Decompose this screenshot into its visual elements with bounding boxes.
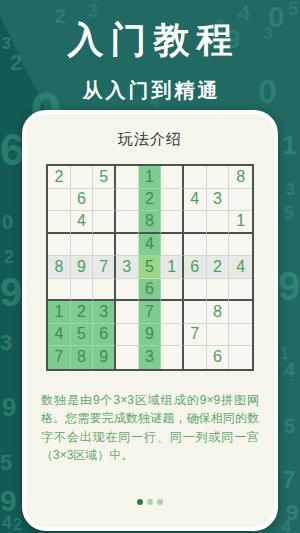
sudoku-cell-r5c1: 8 bbox=[48, 256, 71, 279]
sudoku-cell-r4c7 bbox=[184, 234, 207, 257]
sudoku-cell-r7c3: 3 bbox=[93, 301, 116, 324]
sudoku-cell-r2c1 bbox=[48, 189, 71, 212]
sudoku-cell-r4c6 bbox=[161, 234, 184, 257]
sudoku-cell-r5c3: 7 bbox=[93, 256, 116, 279]
sudoku-cell-r9c5: 3 bbox=[139, 346, 162, 369]
sudoku-cell-r6c1 bbox=[48, 279, 71, 302]
pattern-digit: 4 bbox=[282, 519, 291, 533]
pattern-digit: 4 bbox=[284, 360, 295, 380]
page-dot-3[interactable] bbox=[157, 499, 163, 505]
pattern-digit: 3 bbox=[0, 332, 12, 354]
pattern-digit: 4 bbox=[2, 514, 12, 532]
sudoku-cell-r3c4 bbox=[116, 211, 139, 234]
sudoku-cell-r1c9: 8 bbox=[229, 166, 252, 189]
sudoku-cell-r6c3 bbox=[93, 279, 116, 302]
tutorial-screen: 23320651490530410293959421359145794 入门教程… bbox=[0, 0, 300, 533]
sudoku-cell-r8c9 bbox=[229, 324, 252, 347]
pattern-digit: 7 bbox=[282, 468, 295, 492]
pattern-digit: 2 bbox=[4, 248, 14, 266]
sudoku-cell-r8c3: 6 bbox=[93, 324, 116, 347]
sudoku-cell-r6c8 bbox=[207, 279, 230, 302]
sudoku-cell-r3c7 bbox=[184, 211, 207, 234]
sudoku-cell-r7c6 bbox=[161, 301, 184, 324]
pattern-digit: 9 bbox=[0, 486, 17, 516]
sudoku-cell-r9c6 bbox=[161, 346, 184, 369]
sudoku-cell-r8c7: 7 bbox=[184, 324, 207, 347]
pattern-digit: 5 bbox=[284, 416, 295, 436]
sudoku-cell-r7c4 bbox=[116, 301, 139, 324]
sudoku-cell-r9c8: 6 bbox=[207, 346, 230, 369]
pattern-digit: 5 bbox=[284, 204, 294, 222]
sudoku-cell-r5c2: 9 bbox=[71, 256, 94, 279]
sudoku-cell-r9c3: 9 bbox=[93, 346, 116, 369]
sudoku-cell-r5c8: 2 bbox=[207, 256, 230, 279]
sudoku-grid: 2518624348148973516246123784569778936 bbox=[46, 164, 254, 371]
sudoku-cell-r1c3: 5 bbox=[93, 166, 116, 189]
sudoku-cell-r5c7: 6 bbox=[184, 256, 207, 279]
sudoku-cell-r8c6 bbox=[161, 324, 184, 347]
sudoku-cell-r7c1: 1 bbox=[48, 301, 71, 324]
sudoku-cell-r6c9 bbox=[229, 279, 252, 302]
sudoku-cell-r1c6 bbox=[161, 166, 184, 189]
sudoku-cell-r1c2 bbox=[71, 166, 94, 189]
tutorial-card: 玩法介绍 25186243481489735162461237845697789… bbox=[22, 110, 278, 531]
sudoku-cell-r1c5: 1 bbox=[139, 166, 162, 189]
sudoku-cell-r7c8: 8 bbox=[207, 301, 230, 324]
sudoku-cell-r1c8 bbox=[207, 166, 230, 189]
sudoku-cell-r3c9: 1 bbox=[229, 211, 252, 234]
pattern-digit: 9 bbox=[278, 266, 300, 306]
sudoku-cell-r4c3 bbox=[93, 234, 116, 257]
page-title: 入门教程 bbox=[0, 16, 300, 65]
pattern-digit: 0 bbox=[2, 212, 13, 232]
sudoku-cell-r6c6 bbox=[161, 279, 184, 302]
sudoku-cell-r7c2: 2 bbox=[71, 301, 94, 324]
header: 入门教程 从入门到精通 bbox=[0, 0, 300, 104]
sudoku-cell-r2c9 bbox=[229, 189, 252, 212]
sudoku-cell-r3c6 bbox=[161, 211, 184, 234]
sudoku-cell-r2c4 bbox=[116, 189, 139, 212]
sudoku-cell-r3c8 bbox=[207, 211, 230, 234]
pattern-digit: 9 bbox=[0, 272, 22, 312]
sudoku-cell-r3c2: 4 bbox=[71, 211, 94, 234]
sudoku-cell-r9c2: 8 bbox=[71, 346, 94, 369]
sudoku-cell-r3c3 bbox=[93, 211, 116, 234]
sudoku-cell-r9c9 bbox=[229, 346, 252, 369]
pattern-digit: 2 bbox=[13, 517, 22, 533]
sudoku-cell-r2c3 bbox=[93, 189, 116, 212]
sudoku-cell-r6c7 bbox=[184, 279, 207, 302]
sudoku-cell-r4c8 bbox=[207, 234, 230, 257]
sudoku-cell-r7c7 bbox=[184, 301, 207, 324]
sudoku-cell-r4c5: 4 bbox=[139, 234, 162, 257]
page-dot-2[interactable] bbox=[147, 499, 153, 505]
page-subtitle: 从入门到精通 bbox=[0, 77, 300, 104]
sudoku-cell-r7c9 bbox=[229, 301, 252, 324]
sudoku-cell-r1c1: 2 bbox=[48, 166, 71, 189]
sudoku-cell-r1c7 bbox=[184, 166, 207, 189]
sudoku-cell-r2c8: 3 bbox=[207, 189, 230, 212]
sudoku-cell-r4c9 bbox=[229, 234, 252, 257]
sudoku-cell-r4c2 bbox=[71, 234, 94, 257]
sudoku-cell-r8c2: 5 bbox=[71, 324, 94, 347]
sudoku-cell-r5c6: 1 bbox=[161, 256, 184, 279]
sudoku-cell-r9c4 bbox=[116, 346, 139, 369]
sudoku-cell-r3c1 bbox=[48, 211, 71, 234]
sudoku-cell-r9c1: 7 bbox=[48, 346, 71, 369]
sudoku-cell-r2c6 bbox=[161, 189, 184, 212]
sudoku-cell-r5c5: 5 bbox=[139, 256, 162, 279]
rules-description: 数独是由9个3×3区域组成的9×9拼图网格。您需要完成数独谜题，确保相同的数字不… bbox=[41, 391, 259, 465]
sudoku-cell-r4c1 bbox=[48, 234, 71, 257]
page-dot-1[interactable] bbox=[137, 499, 143, 505]
page-indicator bbox=[26, 499, 274, 505]
pattern-digit: 1 bbox=[282, 132, 296, 158]
sudoku-cell-r6c2 bbox=[71, 279, 94, 302]
pattern-digit: 3 bbox=[286, 182, 295, 198]
sudoku-cell-r8c4 bbox=[116, 324, 139, 347]
card-title: 玩法介绍 bbox=[26, 130, 274, 149]
sudoku-cell-r2c2: 6 bbox=[71, 189, 94, 212]
sudoku-cell-r8c1: 4 bbox=[48, 324, 71, 347]
pattern-digit: 9 bbox=[2, 394, 16, 420]
sudoku-cell-r2c5: 2 bbox=[139, 189, 162, 212]
sudoku-cell-r5c9: 4 bbox=[229, 256, 252, 279]
sudoku-cell-r8c5: 9 bbox=[139, 324, 162, 347]
sudoku-cell-r4c4 bbox=[116, 234, 139, 257]
sudoku-cell-r1c4 bbox=[116, 166, 139, 189]
sudoku-cell-r9c7 bbox=[184, 346, 207, 369]
pattern-digit: 5 bbox=[0, 452, 12, 474]
sudoku-cell-r6c4 bbox=[116, 279, 139, 302]
sudoku-cell-r6c5: 6 bbox=[139, 279, 162, 302]
pattern-digit: 6 bbox=[0, 128, 24, 172]
sudoku-cell-r7c5: 7 bbox=[139, 301, 162, 324]
sudoku-cell-r3c5: 8 bbox=[139, 211, 162, 234]
sudoku-cell-r5c4: 3 bbox=[116, 256, 139, 279]
sudoku-cell-r2c7: 4 bbox=[184, 189, 207, 212]
sudoku-cell-r8c8 bbox=[207, 324, 230, 347]
